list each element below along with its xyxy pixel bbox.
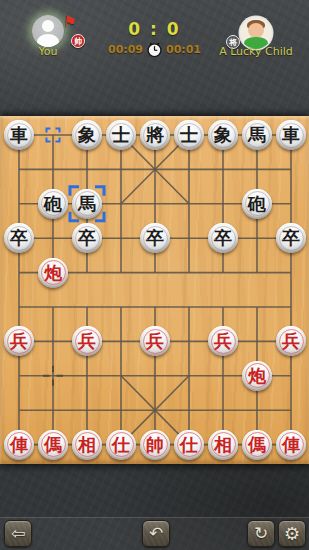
xiangqi-app: ⚑ 帅 You 0 : 0 00:09 00:01 将 A Lucky Chil… bbox=[0, 0, 309, 550]
undo-icon: ↶ bbox=[149, 525, 163, 542]
piece-red-P[interactable]: 兵 bbox=[140, 326, 170, 356]
gear-icon: ⚙ bbox=[284, 525, 300, 543]
right-player-timer: 00:01 bbox=[166, 43, 201, 56]
piece-red-B[interactable]: 相 bbox=[208, 430, 238, 460]
piece-black-p[interactable]: 卒 bbox=[72, 223, 102, 253]
piece-black-a[interactable]: 士 bbox=[106, 120, 136, 150]
piece-black-p[interactable]: 卒 bbox=[4, 223, 34, 253]
piece-red-A[interactable]: 仕 bbox=[106, 430, 136, 460]
piece-red-C[interactable]: 炮 bbox=[38, 258, 68, 288]
piece-red-P[interactable]: 兵 bbox=[72, 326, 102, 356]
back-button[interactable]: ⇦ bbox=[4, 520, 32, 547]
settings-button[interactable]: ⚙ bbox=[278, 520, 306, 547]
piece-black-p[interactable]: 卒 bbox=[140, 223, 170, 253]
piece-black-r[interactable]: 車 bbox=[4, 120, 34, 150]
piece-red-P[interactable]: 兵 bbox=[4, 326, 34, 356]
piece-black-n[interactable]: 馬 bbox=[242, 120, 272, 150]
piece-red-N[interactable]: 傌 bbox=[38, 430, 68, 460]
piece-red-P[interactable]: 兵 bbox=[276, 326, 306, 356]
piece-black-k[interactable]: 將 bbox=[140, 120, 170, 150]
piece-black-p[interactable]: 卒 bbox=[208, 223, 238, 253]
left-player-timer: 00:09 bbox=[108, 43, 143, 56]
piece-red-K[interactable]: 帥 bbox=[140, 430, 170, 460]
back-arrow-icon: ⇦ bbox=[11, 525, 25, 542]
pieces-layer: 車象士將士象馬車砲馬砲卒卒卒卒卒炮兵兵兵兵兵炮俥傌相仕帥仕相傌俥 bbox=[0, 116, 309, 464]
piece-red-A[interactable]: 仕 bbox=[174, 430, 204, 460]
right-player-name: A Lucky Child bbox=[206, 45, 306, 58]
piece-black-c[interactable]: 砲 bbox=[38, 189, 68, 219]
timer-clock-icon bbox=[146, 41, 163, 58]
piece-red-R[interactable]: 俥 bbox=[4, 430, 34, 460]
piece-black-r[interactable]: 車 bbox=[276, 120, 306, 150]
piece-black-n[interactable]: 馬 bbox=[72, 189, 102, 219]
piece-red-B[interactable]: 相 bbox=[72, 430, 102, 460]
piece-red-N[interactable]: 傌 bbox=[242, 430, 272, 460]
piece-black-b[interactable]: 象 bbox=[208, 120, 238, 150]
piece-black-c[interactable]: 砲 bbox=[242, 189, 272, 219]
piece-black-a[interactable]: 士 bbox=[174, 120, 204, 150]
undo-move-button[interactable]: ↶ bbox=[142, 520, 170, 547]
piece-black-p[interactable]: 卒 bbox=[276, 223, 306, 253]
piece-black-b[interactable]: 象 bbox=[72, 120, 102, 150]
refresh-icon: ↻ bbox=[254, 525, 268, 542]
restart-button[interactable]: ↻ bbox=[247, 520, 275, 547]
piece-red-R[interactable]: 俥 bbox=[276, 430, 306, 460]
piece-red-P[interactable]: 兵 bbox=[208, 326, 238, 356]
piece-red-C[interactable]: 炮 bbox=[242, 361, 272, 391]
xiangqi-board[interactable]: 車象士將士象馬車砲馬砲卒卒卒卒卒炮兵兵兵兵兵炮俥傌相仕帥仕相傌俥 bbox=[0, 116, 309, 464]
